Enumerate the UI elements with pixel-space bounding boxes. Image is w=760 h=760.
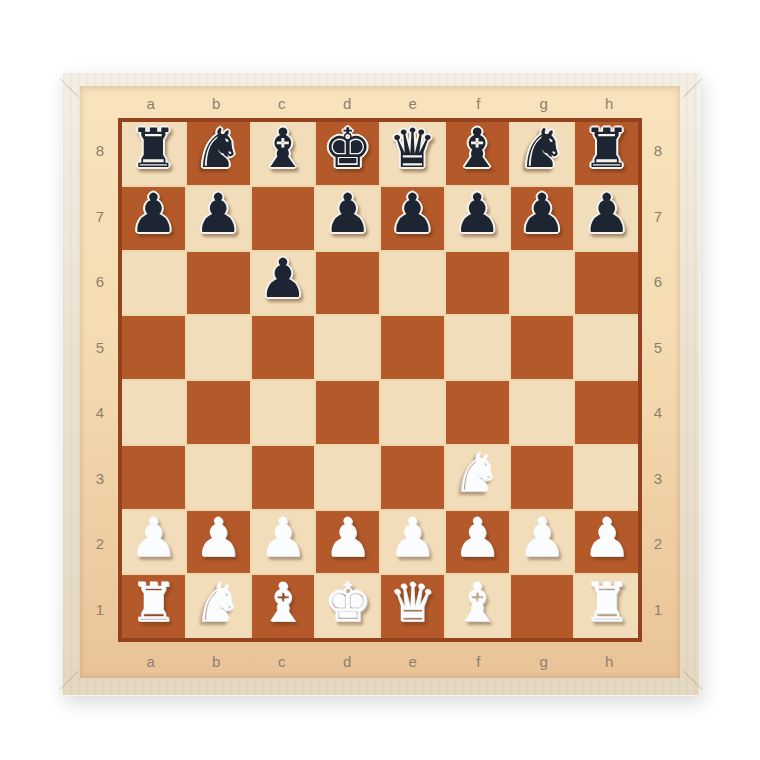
frame-miter-joint: [683, 671, 702, 690]
black-pawn-b7[interactable]: ♟: [194, 187, 242, 241]
white-pawn-e2[interactable]: ♟: [388, 511, 436, 565]
file-label-c-top: c: [249, 96, 315, 111]
file-label-a-top: a: [118, 96, 184, 111]
black-pawn-e7[interactable]: ♟: [388, 187, 436, 241]
rank-label-6-left: 6: [89, 249, 111, 315]
square-a1[interactable]: ♜: [122, 575, 185, 638]
square-g8[interactable]: ♞: [511, 122, 574, 185]
white-rook-h1[interactable]: ♜: [582, 576, 630, 630]
file-label-g-top: g: [511, 96, 577, 111]
square-g6[interactable]: [511, 252, 574, 315]
square-c1[interactable]: ♝: [252, 575, 315, 638]
square-e7[interactable]: ♟: [381, 187, 444, 250]
square-h2[interactable]: ♟: [575, 511, 638, 574]
white-king-d1[interactable]: ♚: [323, 576, 371, 630]
white-pawn-a2[interactable]: ♟: [129, 511, 177, 565]
file-label-a-bottom: a: [118, 654, 184, 669]
rank-label-4-left: 4: [89, 380, 111, 446]
square-b5[interactable]: [187, 316, 250, 379]
white-pawn-g2[interactable]: ♟: [518, 511, 566, 565]
square-f2[interactable]: ♟: [446, 511, 509, 574]
square-a7[interactable]: ♟: [122, 187, 185, 250]
black-bishop-f8[interactable]: ♝: [453, 122, 501, 176]
square-d8[interactable]: ♚: [316, 122, 379, 185]
square-f6[interactable]: [446, 252, 509, 315]
square-f7[interactable]: ♟: [446, 187, 509, 250]
square-e2[interactable]: ♟: [381, 511, 444, 574]
square-h1[interactable]: ♜: [575, 575, 638, 638]
file-label-c-bottom: c: [249, 654, 315, 669]
rank-label-7-left: 7: [89, 184, 111, 250]
black-king-d8[interactable]: ♚: [323, 122, 371, 176]
square-c3[interactable]: [252, 446, 315, 509]
square-h8[interactable]: ♜: [575, 122, 638, 185]
square-e1[interactable]: ♛: [381, 575, 444, 638]
black-pawn-h7[interactable]: ♟: [582, 187, 630, 241]
square-g5[interactable]: [511, 316, 574, 379]
square-b1[interactable]: ♞: [187, 575, 250, 638]
square-h3[interactable]: [575, 446, 638, 509]
square-g4[interactable]: [511, 381, 574, 444]
demo-chessboard-photo: abcdefgh abcdefgh 87654321 87654321 ♜♞♝♚…: [0, 0, 760, 760]
black-knight-g8[interactable]: ♞: [518, 122, 566, 176]
black-rook-h8[interactable]: ♜: [582, 122, 630, 176]
white-pawn-f2[interactable]: ♟: [453, 511, 501, 565]
square-c4[interactable]: [252, 381, 315, 444]
file-label-e-top: e: [380, 96, 446, 111]
square-h7[interactable]: ♟: [575, 187, 638, 250]
rank-label-2-left: 2: [89, 511, 111, 577]
square-d3[interactable]: [316, 446, 379, 509]
white-queen-e1[interactable]: ♛: [388, 576, 436, 630]
file-label-f-top: f: [446, 96, 512, 111]
board-field: abcdefgh abcdefgh 87654321 87654321 ♜♞♝♚…: [80, 86, 680, 678]
rank-label-1-right: 1: [647, 577, 669, 643]
square-b2[interactable]: ♟: [187, 511, 250, 574]
square-a2[interactable]: ♟: [122, 511, 185, 574]
white-pawn-c2[interactable]: ♟: [259, 511, 307, 565]
square-d2[interactable]: ♟: [316, 511, 379, 574]
rank-label-8-left: 8: [89, 118, 111, 184]
square-f3[interactable]: ♞: [446, 446, 509, 509]
square-g1[interactable]: [511, 575, 574, 638]
rank-label-8-right: 8: [647, 118, 669, 184]
file-label-h-top: h: [577, 96, 643, 111]
square-c2[interactable]: ♟: [252, 511, 315, 574]
white-rook-a1[interactable]: ♜: [129, 576, 177, 630]
black-pawn-a7[interactable]: ♟: [129, 187, 177, 241]
square-a6[interactable]: [122, 252, 185, 315]
square-c6[interactable]: ♟: [252, 252, 315, 315]
black-bishop-c8[interactable]: ♝: [259, 122, 307, 176]
white-knight-b1[interactable]: ♞: [194, 576, 242, 630]
file-labels-bottom: abcdefgh: [118, 654, 642, 669]
square-f5[interactable]: [446, 316, 509, 379]
file-label-d-top: d: [315, 96, 381, 111]
white-bishop-c1[interactable]: ♝: [259, 576, 307, 630]
black-queen-e8[interactable]: ♛: [388, 122, 436, 176]
black-pawn-f7[interactable]: ♟: [453, 187, 501, 241]
rank-label-7-right: 7: [647, 184, 669, 250]
square-g2[interactable]: ♟: [511, 511, 574, 574]
white-pawn-b2[interactable]: ♟: [194, 511, 242, 565]
square-d4[interactable]: [316, 381, 379, 444]
square-h4[interactable]: [575, 381, 638, 444]
rank-label-3-right: 3: [647, 446, 669, 512]
frame-miter-joint: [60, 78, 79, 97]
file-labels-top: abcdefgh: [118, 96, 642, 111]
black-knight-b8[interactable]: ♞: [194, 122, 242, 176]
square-b7[interactable]: ♟: [187, 187, 250, 250]
rank-label-5-left: 5: [89, 315, 111, 381]
square-e3[interactable]: [381, 446, 444, 509]
file-label-f-bottom: f: [446, 654, 512, 669]
file-label-e-bottom: e: [380, 654, 446, 669]
chess-board: ♜♞♝♚♛♝♞♜♟♟♟♟♟♟♟♟♞♟♟♟♟♟♟♟♟♜♞♝♚♛♝♜: [118, 118, 642, 642]
square-b8[interactable]: ♞: [187, 122, 250, 185]
square-d6[interactable]: [316, 252, 379, 315]
square-a3[interactable]: [122, 446, 185, 509]
frame-miter-joint: [60, 671, 79, 690]
square-b3[interactable]: [187, 446, 250, 509]
frame-miter-joint: [683, 78, 702, 97]
wooden-frame: abcdefgh abcdefgh 87654321 87654321 ♜♞♝♚…: [62, 72, 700, 696]
black-pawn-g7[interactable]: ♟: [518, 187, 566, 241]
square-a5[interactable]: [122, 316, 185, 379]
square-b4[interactable]: [187, 381, 250, 444]
file-label-b-top: b: [184, 96, 250, 111]
square-a8[interactable]: ♜: [122, 122, 185, 185]
white-pawn-h2[interactable]: ♟: [582, 511, 630, 565]
square-g7[interactable]: ♟: [511, 187, 574, 250]
rank-label-5-right: 5: [647, 315, 669, 381]
rank-label-6-right: 6: [647, 249, 669, 315]
white-pawn-d2[interactable]: ♟: [323, 511, 371, 565]
square-d7[interactable]: ♟: [316, 187, 379, 250]
white-knight-f3[interactable]: ♞: [453, 446, 501, 500]
square-h6[interactable]: [575, 252, 638, 315]
rank-label-4-right: 4: [647, 380, 669, 446]
file-label-g-bottom: g: [511, 654, 577, 669]
rank-labels-left: 87654321: [89, 118, 111, 642]
square-c5[interactable]: [252, 316, 315, 379]
square-e6[interactable]: [381, 252, 444, 315]
rank-label-1-left: 1: [89, 577, 111, 643]
square-g3[interactable]: [511, 446, 574, 509]
square-f4[interactable]: [446, 381, 509, 444]
square-c7[interactable]: [252, 187, 315, 250]
square-e5[interactable]: [381, 316, 444, 379]
square-d1[interactable]: ♚: [316, 575, 379, 638]
square-e4[interactable]: [381, 381, 444, 444]
black-pawn-c6[interactable]: ♟: [259, 252, 307, 306]
square-b6[interactable]: [187, 252, 250, 315]
square-h5[interactable]: [575, 316, 638, 379]
file-label-h-bottom: h: [577, 654, 643, 669]
file-label-b-bottom: b: [184, 654, 250, 669]
square-f1[interactable]: ♝: [446, 575, 509, 638]
square-a4[interactable]: [122, 381, 185, 444]
square-f8[interactable]: ♝: [446, 122, 509, 185]
black-rook-a8[interactable]: ♜: [129, 122, 177, 176]
rank-labels-right: 87654321: [647, 118, 669, 642]
file-label-d-bottom: d: [315, 654, 381, 669]
rank-label-2-right: 2: [647, 511, 669, 577]
white-bishop-f1[interactable]: ♝: [453, 576, 501, 630]
square-c8[interactable]: ♝: [252, 122, 315, 185]
rank-label-3-left: 3: [89, 446, 111, 512]
square-e8[interactable]: ♛: [381, 122, 444, 185]
black-pawn-d7[interactable]: ♟: [323, 187, 371, 241]
square-d5[interactable]: [316, 316, 379, 379]
